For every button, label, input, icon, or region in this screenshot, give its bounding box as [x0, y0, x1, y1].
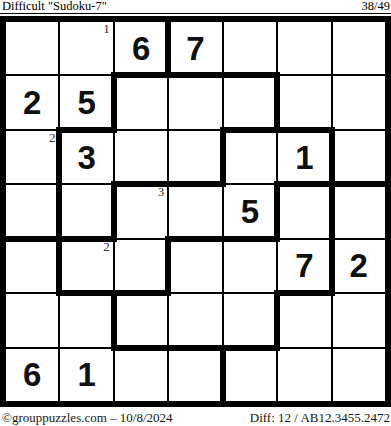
- cell-r3c2[interactable]: 3: [59, 130, 113, 184]
- region-border: [274, 181, 334, 187]
- cell-r7c2[interactable]: 1: [59, 348, 113, 402]
- region-border: [329, 181, 335, 241]
- given-digit: 2: [350, 249, 368, 282]
- cell-r6c1[interactable]: [5, 293, 59, 347]
- cell-r5c4[interactable]: [168, 239, 222, 293]
- cell-r5c1[interactable]: [5, 239, 59, 293]
- cell-r7c1[interactable]: 6: [5, 348, 59, 402]
- region-border: [220, 72, 280, 78]
- region-border: [165, 236, 225, 242]
- cell-r2c7[interactable]: [332, 75, 386, 129]
- cell-r6c5[interactable]: [223, 293, 277, 347]
- region-border: [56, 181, 62, 241]
- difficulty-text: Diff: 12 / AB12.3455.2472: [250, 411, 390, 426]
- cell-r1c3[interactable]: 6: [114, 21, 168, 75]
- given-digit: 1: [77, 358, 95, 391]
- region-border: [220, 345, 280, 351]
- region-border: [220, 236, 280, 242]
- cell-r7c5[interactable]: [223, 348, 277, 402]
- given-digit: 5: [241, 195, 259, 228]
- region-border: [274, 127, 334, 133]
- cell-r3c4[interactable]: [168, 130, 222, 184]
- cell-r2c5[interactable]: [223, 75, 277, 129]
- region-border: [56, 127, 62, 187]
- cell-r1c7[interactable]: [332, 21, 386, 75]
- corner-label: 3: [158, 185, 165, 199]
- given-digit: 2: [23, 86, 41, 119]
- cell-r4c6[interactable]: [277, 184, 331, 238]
- region-border: [56, 236, 62, 296]
- cell-r4c7[interactable]: [332, 184, 386, 238]
- cell-r2c4[interactable]: [168, 75, 222, 129]
- region-border: [111, 345, 171, 351]
- cell-r4c5[interactable]: 5: [223, 184, 277, 238]
- region-border: [111, 290, 171, 296]
- region-border: [220, 345, 226, 405]
- cell-r6c6[interactable]: [277, 293, 331, 347]
- cell-r2c1[interactable]: 2: [5, 75, 59, 129]
- region-border: [274, 181, 280, 241]
- cell-r3c3[interactable]: [114, 130, 168, 184]
- region-border: [220, 127, 280, 133]
- region-border: [111, 72, 117, 132]
- region-border: [111, 181, 117, 241]
- cell-r2c3[interactable]: [114, 75, 168, 129]
- corner-label: 2: [49, 131, 56, 145]
- cell-r1c2[interactable]: 1: [59, 21, 113, 75]
- region-border: [165, 345, 225, 351]
- given-digit: 6: [23, 358, 41, 391]
- cell-r3c5[interactable]: [223, 130, 277, 184]
- region-border: [111, 181, 171, 187]
- cell-r6c7[interactable]: [332, 293, 386, 347]
- region-border: [111, 290, 117, 350]
- cell-r3c1[interactable]: 2: [5, 130, 59, 184]
- given-digit: 6: [132, 32, 150, 65]
- cell-r1c6[interactable]: [277, 21, 331, 75]
- page-title: Difficult "Sudoku-7": [2, 0, 107, 12]
- cell-r5c2[interactable]: 2: [59, 239, 113, 293]
- given-digit: 7: [186, 32, 204, 65]
- region-border: [274, 72, 280, 132]
- cell-r5c3[interactable]: [114, 239, 168, 293]
- region-border: [329, 236, 335, 296]
- cell-r7c6[interactable]: [277, 348, 331, 402]
- board: 167252313527261: [0, 16, 391, 407]
- cell-r6c3[interactable]: [114, 293, 168, 347]
- cell-r4c2[interactable]: [59, 184, 113, 238]
- region-border: [165, 72, 225, 78]
- region-border: [165, 236, 171, 296]
- corner-label: 2: [103, 240, 110, 254]
- puzzle-counter: 38/49: [362, 0, 390, 12]
- copyright-text: ©grouppuzzles.com – 10/8/2024: [2, 411, 173, 426]
- given-digit: 7: [295, 249, 313, 282]
- cell-r7c4[interactable]: [168, 348, 222, 402]
- given-digit: 5: [77, 86, 95, 119]
- region-border: [274, 290, 334, 296]
- cell-r4c1[interactable]: [5, 184, 59, 238]
- corner-label: 1: [103, 22, 110, 36]
- region-border: [56, 127, 116, 133]
- cell-r6c4[interactable]: [168, 293, 222, 347]
- cell-r6c2[interactable]: [59, 293, 113, 347]
- region-border: [329, 127, 335, 187]
- cell-r5c5[interactable]: [223, 239, 277, 293]
- region-border: [56, 290, 116, 296]
- cell-r2c6[interactable]: [277, 75, 331, 129]
- cell-r5c7[interactable]: 2: [332, 239, 386, 293]
- given-digit: 1: [295, 141, 313, 174]
- cell-r7c3[interactable]: [114, 348, 168, 402]
- cell-r1c1[interactable]: [5, 21, 59, 75]
- region-border: [111, 72, 171, 78]
- region-border: [56, 236, 116, 242]
- cell-r3c6[interactable]: 1: [277, 130, 331, 184]
- cell-r1c5[interactable]: [223, 21, 277, 75]
- cell-r2c2[interactable]: 5: [59, 75, 113, 129]
- region-border: [165, 18, 171, 78]
- cell-r5c6[interactable]: 7: [277, 239, 331, 293]
- region-border: [220, 127, 226, 187]
- footer: ©grouppuzzles.com – 10/8/2024 Diff: 12 /…: [0, 407, 391, 426]
- region-border: [2, 236, 62, 242]
- cell-r1c4[interactable]: 7: [168, 21, 222, 75]
- header: Difficult "Sudoku-7" 38/49: [0, 0, 391, 14]
- region-border: [274, 290, 280, 350]
- region-border: [329, 181, 389, 187]
- cell-r4c3[interactable]: 3: [114, 184, 168, 238]
- given-digit: 3: [77, 141, 95, 174]
- region-border: [165, 181, 225, 187]
- cell-r4c4[interactable]: [168, 184, 222, 238]
- cell-r7c7[interactable]: [332, 348, 386, 402]
- cell-r3c7[interactable]: [332, 130, 386, 184]
